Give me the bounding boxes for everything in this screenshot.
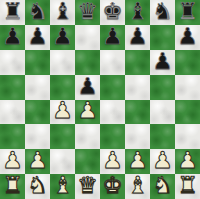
- square-b2[interactable]: ♟: [25, 149, 50, 174]
- black-bishop: ♝: [52, 0, 73, 23]
- square-g6[interactable]: ♟: [150, 50, 175, 75]
- square-h4[interactable]: [175, 100, 200, 125]
- white-pawn: ♟: [102, 149, 123, 172]
- white-pawn: ♟: [177, 149, 198, 172]
- white-pawn: ♟: [27, 149, 48, 172]
- square-e8[interactable]: ♚: [100, 0, 125, 25]
- black-pawn: ♟: [27, 25, 48, 48]
- square-f8[interactable]: ♝: [125, 0, 150, 25]
- square-d8[interactable]: ♛: [75, 0, 100, 25]
- square-b1[interactable]: ♞: [25, 174, 50, 199]
- black-pawn: ♟: [2, 25, 23, 48]
- white-pawn: ♟: [2, 149, 23, 172]
- square-c4[interactable]: ♟: [50, 100, 75, 125]
- square-f7[interactable]: ♟: [125, 25, 150, 50]
- black-bishop: ♝: [127, 0, 148, 23]
- black-knight: ♞: [27, 0, 48, 23]
- white-pawn: ♟: [127, 149, 148, 172]
- square-e5[interactable]: [100, 75, 125, 100]
- square-g5[interactable]: [150, 75, 175, 100]
- square-d5[interactable]: ♟: [75, 75, 100, 100]
- square-h8[interactable]: ♜: [175, 0, 200, 25]
- square-c6[interactable]: [50, 50, 75, 75]
- white-pawn: ♟: [152, 149, 173, 172]
- square-f6[interactable]: [125, 50, 150, 75]
- square-a4[interactable]: [0, 100, 25, 125]
- square-e1[interactable]: ♚: [100, 174, 125, 199]
- square-d4[interactable]: ♟: [75, 100, 100, 125]
- square-e2[interactable]: ♟: [100, 149, 125, 174]
- square-e3[interactable]: [100, 124, 125, 149]
- square-d2[interactable]: [75, 149, 100, 174]
- square-c7[interactable]: ♟: [50, 25, 75, 50]
- chess-board: ♜♞♝♛♚♝♞♜♟♟♟♟♟♟♟♟♟♟♟♟♟♟♟♟♜♞♝♛♚♝♞♜: [0, 0, 200, 199]
- square-b7[interactable]: ♟: [25, 25, 50, 50]
- black-rook: ♜: [177, 0, 198, 23]
- square-f2[interactable]: ♟: [125, 149, 150, 174]
- square-a6[interactable]: [0, 50, 25, 75]
- square-h2[interactable]: ♟: [175, 149, 200, 174]
- square-c2[interactable]: [50, 149, 75, 174]
- square-c1[interactable]: ♝: [50, 174, 75, 199]
- square-c8[interactable]: ♝: [50, 0, 75, 25]
- black-pawn: ♟: [177, 25, 198, 48]
- square-g7[interactable]: [150, 25, 175, 50]
- black-pawn: ♟: [152, 50, 173, 73]
- square-b3[interactable]: [25, 124, 50, 149]
- square-c5[interactable]: [50, 75, 75, 100]
- black-pawn: ♟: [102, 25, 123, 48]
- square-c3[interactable]: [50, 124, 75, 149]
- square-a2[interactable]: ♟: [0, 149, 25, 174]
- white-rook: ♜: [177, 174, 198, 197]
- square-b6[interactable]: [25, 50, 50, 75]
- square-g3[interactable]: [150, 124, 175, 149]
- square-d6[interactable]: [75, 50, 100, 75]
- square-d7[interactable]: [75, 25, 100, 50]
- black-pawn: ♟: [52, 25, 73, 48]
- square-h7[interactable]: ♟: [175, 25, 200, 50]
- square-f5[interactable]: [125, 75, 150, 100]
- square-a8[interactable]: ♜: [0, 0, 25, 25]
- square-e6[interactable]: [100, 50, 125, 75]
- square-h1[interactable]: ♜: [175, 174, 200, 199]
- square-g1[interactable]: ♞: [150, 174, 175, 199]
- square-b5[interactable]: [25, 75, 50, 100]
- square-d1[interactable]: ♛: [75, 174, 100, 199]
- square-h3[interactable]: [175, 124, 200, 149]
- white-pawn: ♟: [52, 100, 73, 123]
- white-king: ♚: [102, 174, 123, 197]
- square-f3[interactable]: [125, 124, 150, 149]
- black-king: ♚: [102, 0, 123, 23]
- square-g2[interactable]: ♟: [150, 149, 175, 174]
- white-bishop: ♝: [127, 174, 148, 197]
- black-pawn: ♟: [127, 25, 148, 48]
- white-knight: ♞: [152, 174, 173, 197]
- white-knight: ♞: [27, 174, 48, 197]
- black-pawn: ♟: [77, 75, 98, 98]
- square-f1[interactable]: ♝: [125, 174, 150, 199]
- square-e4[interactable]: [100, 100, 125, 125]
- black-knight: ♞: [152, 0, 173, 23]
- square-f4[interactable]: [125, 100, 150, 125]
- square-e7[interactable]: ♟: [100, 25, 125, 50]
- square-h5[interactable]: [175, 75, 200, 100]
- square-g4[interactable]: [150, 100, 175, 125]
- square-g8[interactable]: ♞: [150, 0, 175, 25]
- white-bishop: ♝: [52, 174, 73, 197]
- white-queen: ♛: [77, 174, 98, 197]
- square-a7[interactable]: ♟: [0, 25, 25, 50]
- square-d3[interactable]: [75, 124, 100, 149]
- square-a3[interactable]: [0, 124, 25, 149]
- white-pawn: ♟: [77, 100, 98, 123]
- square-h6[interactable]: [175, 50, 200, 75]
- square-b4[interactable]: [25, 100, 50, 125]
- square-b8[interactable]: ♞: [25, 0, 50, 25]
- black-queen: ♛: [77, 0, 98, 23]
- white-rook: ♜: [2, 174, 23, 197]
- square-a1[interactable]: ♜: [0, 174, 25, 199]
- black-rook: ♜: [2, 0, 23, 23]
- square-a5[interactable]: [0, 75, 25, 100]
